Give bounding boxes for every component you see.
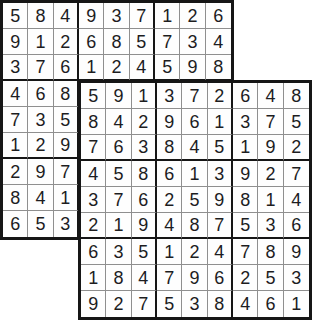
grid-b-cell-r5c9: 4	[284, 187, 309, 213]
grid-b-cell-r8c4: 7	[157, 265, 182, 291]
grid-b-cell-r2c7: 3	[233, 109, 258, 135]
grid-b-cell-r7c6: 4	[208, 239, 233, 265]
grid-b-cell-r2c2: 4	[106, 109, 131, 135]
grid-b-cell-r2c1: 8	[81, 109, 106, 135]
grid-b-cell-r6c7: 5	[233, 213, 258, 239]
grid-b-cell-r5c5: 5	[182, 187, 207, 213]
grid-a-cell-r6c2: 2	[28, 133, 53, 159]
grid-a-cell-r1c8: 2	[180, 3, 205, 29]
grid-a-cell-r7c2: 9	[28, 159, 53, 185]
grid-b-cell-r1c8: 4	[258, 83, 283, 109]
grid-a-cell-r9c3: 3	[54, 211, 79, 237]
grid-a-cell-r7c3: 7	[54, 159, 79, 185]
grid-a-cell-r4c2: 6	[28, 81, 53, 107]
grid-b-cell-r6c4: 4	[157, 213, 182, 239]
grid-b-cell-r5c3: 6	[132, 187, 157, 213]
grid-b-cell-r2c8: 7	[258, 109, 283, 135]
grid-b-cell-r3c2: 6	[106, 135, 131, 161]
grid-a-cell-r2c6: 5	[130, 29, 155, 55]
grid-b-cell-r9c2: 2	[106, 291, 131, 317]
grid-a-cell-r3c8: 9	[180, 55, 205, 81]
grid-b-cell-r4c8: 2	[258, 161, 283, 187]
grid-b-cell-r5c8: 1	[258, 187, 283, 213]
grid-b-cell-r8c1: 1	[81, 265, 106, 291]
grid-b-cell-r3c3: 3	[132, 135, 157, 161]
grid-b-cell-r6c5: 8	[182, 213, 207, 239]
grid-b-cell-r1c7: 6	[233, 83, 258, 109]
grid-a-cell-r9c1: 6	[3, 211, 28, 237]
grid-a-cell-r2c3: 2	[54, 29, 79, 55]
grid-b-cell-r9c6: 8	[208, 291, 233, 317]
grid-b-cell-r9c7: 4	[233, 291, 258, 317]
grid-b-cell-r7c8: 8	[258, 239, 283, 265]
grid-a-cell-r2c7: 7	[155, 29, 180, 55]
grid-a-cell-r3c1: 3	[3, 55, 28, 81]
grid-b-cell-r2c9: 5	[284, 109, 309, 135]
grid-b-cell-r1c1: 5	[81, 83, 106, 109]
grid-a-cell-r1c7: 1	[155, 3, 180, 29]
grid-b-cell-r9c3: 7	[132, 291, 157, 317]
grid-a-cell-r1c9: 6	[206, 3, 231, 29]
grid-a-cell-r4c3: 8	[54, 81, 79, 107]
grid-a-cell-r5c2: 3	[28, 107, 53, 133]
grid-a-cell-r3c9: 8	[206, 55, 231, 81]
grid-b-cell-r6c9: 6	[284, 213, 309, 239]
grid-b-cell-r3c9: 2	[284, 135, 309, 161]
grid-b-cell-r3c7: 1	[233, 135, 258, 161]
grid-a-cell-r2c4: 6	[79, 29, 104, 55]
grid-a-cell-r2c9: 4	[206, 29, 231, 55]
grid-b-cell-r8c3: 4	[132, 265, 157, 291]
grid-a-cell-r3c3: 6	[54, 55, 79, 81]
grid-b-cell-r2c5: 6	[182, 109, 207, 135]
grid-b-cell-r2c6: 1	[208, 109, 233, 135]
grid-b-cell-r7c3: 5	[132, 239, 157, 265]
grid-b-cell-r2c3: 2	[132, 109, 157, 135]
grid-b-cell-r1c5: 7	[182, 83, 207, 109]
grid-b-cell-r8c5: 9	[182, 265, 207, 291]
grid-a-cell-r3c5: 2	[104, 55, 129, 81]
grid-b-cell-r6c1: 2	[81, 213, 106, 239]
grid-b-cell-r8c7: 2	[233, 265, 258, 291]
grid-b-cell-r2c4: 9	[157, 109, 182, 135]
grid-b-cell-r5c4: 2	[157, 187, 182, 213]
sudoku-grid-b: 5913726488429613757638451924586139273762…	[78, 80, 312, 320]
grid-a-cell-r8c2: 4	[28, 185, 53, 211]
grid-a-cell-r1c3: 4	[54, 3, 79, 29]
grid-b-cell-r5c1: 3	[81, 187, 106, 213]
grid-a-cell-r3c4: 1	[79, 55, 104, 81]
grid-b-cell-r6c6: 7	[208, 213, 233, 239]
grid-b-cell-r4c9: 7	[284, 161, 309, 187]
grid-b-cell-r1c2: 9	[106, 83, 131, 109]
grid-a-cell-r4c1: 4	[3, 81, 28, 107]
grid-b-cell-r4c7: 9	[233, 161, 258, 187]
grid-a-cell-r8c1: 8	[3, 185, 28, 211]
grid-b-cell-r9c4: 5	[157, 291, 182, 317]
grid-b-cell-r3c6: 5	[208, 135, 233, 161]
grid-b-cell-r6c8: 3	[258, 213, 283, 239]
grid-b-cell-r9c9: 1	[284, 291, 309, 317]
grid-b-cell-r6c3: 9	[132, 213, 157, 239]
grid-b-cell-r4c5: 1	[182, 161, 207, 187]
grid-b-cell-r5c7: 8	[233, 187, 258, 213]
grid-b-cell-r8c2: 8	[106, 265, 131, 291]
grid-a-cell-r3c6: 4	[130, 55, 155, 81]
grid-a-cell-r9c2: 5	[28, 211, 53, 237]
grid-b-cell-r3c1: 7	[81, 135, 106, 161]
grid-a-cell-r3c2: 7	[28, 55, 53, 81]
grid-b-cell-r5c2: 7	[106, 187, 131, 213]
grid-b-cell-r4c1: 4	[81, 161, 106, 187]
grid-b-cell-r4c2: 5	[106, 161, 131, 187]
grid-b-cell-r8c9: 3	[284, 265, 309, 291]
grid-a-cell-r2c5: 8	[104, 29, 129, 55]
grid-a-cell-r1c2: 8	[28, 3, 53, 29]
grid-b-cell-r4c6: 3	[208, 161, 233, 187]
grid-b-cell-r9c1: 9	[81, 291, 106, 317]
grid-b-cell-r9c8: 6	[258, 291, 283, 317]
grid-b-cell-r7c9: 9	[284, 239, 309, 265]
grid-b-cell-r7c5: 2	[182, 239, 207, 265]
grid-a-cell-r1c5: 3	[104, 3, 129, 29]
grid-a-cell-r5c1: 7	[3, 107, 28, 133]
grid-a-cell-r8c3: 1	[54, 185, 79, 211]
grid-b-cell-r8c8: 5	[258, 265, 283, 291]
grid-b-cell-r1c6: 2	[208, 83, 233, 109]
grid-a-cell-r7c1: 2	[3, 159, 28, 185]
grid-a-cell-r3c7: 5	[155, 55, 180, 81]
grid-a-cell-r1c6: 7	[130, 3, 155, 29]
grid-b-cell-r4c3: 8	[132, 161, 157, 187]
grid-b-cell-r7c1: 6	[81, 239, 106, 265]
grid-b-cell-r3c5: 4	[182, 135, 207, 161]
grid-a-cell-r2c8: 3	[180, 29, 205, 55]
grid-b-cell-r3c4: 8	[157, 135, 182, 161]
grid-b-cell-r7c4: 1	[157, 239, 182, 265]
grid-b-cell-r1c3: 1	[132, 83, 157, 109]
grid-b-cell-r7c7: 7	[233, 239, 258, 265]
grid-b-cell-r5c6: 9	[208, 187, 233, 213]
grid-b-cell-r7c2: 3	[106, 239, 131, 265]
grid-b-cell-r4c4: 6	[157, 161, 182, 187]
grid-a-cell-r5c3: 5	[54, 107, 79, 133]
grid-b-cell-r6c2: 1	[106, 213, 131, 239]
grid-b-cell-r9c5: 3	[182, 291, 207, 317]
grid-a-cell-r2c1: 9	[3, 29, 28, 55]
grid-a-cell-r6c3: 9	[54, 133, 79, 159]
grid-a-cell-r2c2: 1	[28, 29, 53, 55]
grid-b-cell-r1c9: 8	[284, 83, 309, 109]
grid-a-cell-r1c1: 5	[3, 3, 28, 29]
grid-b-cell-r1c4: 3	[157, 83, 182, 109]
grid-a-cell-r6c1: 1	[3, 133, 28, 159]
twodoku-board: 5849371269126857343761245984685913727358…	[0, 0, 312, 320]
grid-a-cell-r1c4: 9	[79, 3, 104, 29]
grid-b-cell-r8c6: 6	[208, 265, 233, 291]
grid-b-cell-r3c8: 9	[258, 135, 283, 161]
